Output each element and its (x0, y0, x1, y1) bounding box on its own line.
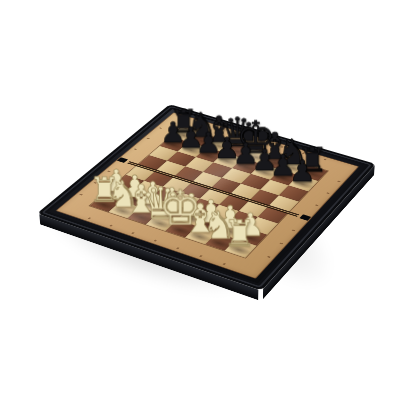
product-photo-chess-set: ♜♞♝♛♚♝♞♜♟♟♟♟♟♟♟♟♟♟♟♟♟♟♟♟♜♞♝♛♚♝♞♜ (0, 0, 400, 400)
piece-black-pawn-h7[interactable]: ♟ (289, 156, 316, 186)
board-scene: ♜♞♝♛♚♝♞♜♟♟♟♟♟♟♟♟♟♟♟♟♟♟♟♟♜♞♝♛♚♝♞♜ (0, 0, 400, 400)
square-e6[interactable] (222, 168, 251, 184)
square-e5[interactable] (211, 178, 241, 194)
folding-chess-case: ♜♞♝♛♚♝♞♜♟♟♟♟♟♟♟♟♟♟♟♟♟♟♟♟♜♞♝♛♚♝♞♜ (37, 104, 376, 290)
piece-white-rook-h1[interactable]: ♜ (223, 215, 256, 251)
square-h1[interactable]: ♜ (225, 239, 257, 257)
board-border: ♜♞♝♛♚♝♞♜♟♟♟♟♟♟♟♟♟♟♟♟♟♟♟♟♜♞♝♛♚♝♞♜ (56, 112, 359, 279)
chess-board: ♜♞♝♛♚♝♞♜♟♟♟♟♟♟♟♟♟♟♟♟♟♟♟♟♜♞♝♛♚♝♞♜ (90, 128, 328, 258)
case-frame: ♜♞♝♛♚♝♞♜♟♟♟♟♟♟♟♟♟♟♟♟♟♟♟♟♜♞♝♛♚♝♞♜ (37, 104, 376, 290)
